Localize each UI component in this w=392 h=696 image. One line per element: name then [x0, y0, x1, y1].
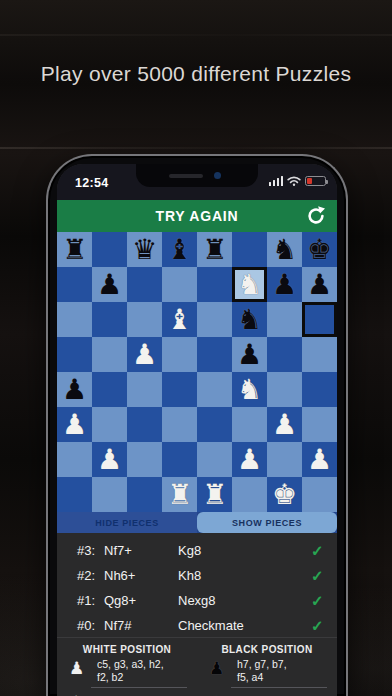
- speaker-slot: [169, 174, 203, 178]
- square-h1[interactable]: [302, 477, 337, 512]
- square-d7[interactable]: [162, 267, 197, 302]
- square-h3[interactable]: [302, 407, 337, 442]
- square-f2[interactable]: ♟: [232, 442, 267, 477]
- square-e1[interactable]: ♜: [197, 477, 232, 512]
- white-move: Nh6+: [104, 568, 178, 583]
- square-f7[interactable]: ♞: [232, 267, 267, 302]
- white-position-column: WHITE POSITION ♟ c5, g3, a3, h2,f2, b2 ♞: [57, 644, 197, 696]
- black-knight-g8: ♞: [272, 232, 297, 267]
- status-icons: [269, 176, 327, 186]
- white-rook-d1: ♜: [167, 477, 192, 512]
- white-pawn-row: ♟ c5, g3, a3, h2,f2, b2: [57, 658, 197, 688]
- square-h5[interactable]: [302, 337, 337, 372]
- square-c4[interactable]: [127, 372, 162, 407]
- white-pawn-a3: ♟: [62, 407, 87, 442]
- square-a7[interactable]: [57, 267, 92, 302]
- black-knight-f6: ♞: [237, 302, 262, 337]
- black-position-title: BLACK POSITION: [197, 644, 337, 655]
- move-row-2: #2:Nh6+Kh8✓: [57, 563, 337, 588]
- black-pawn-b7: ♟: [97, 267, 122, 302]
- square-e3[interactable]: [197, 407, 232, 442]
- square-a3[interactable]: ♟: [57, 407, 92, 442]
- square-a4[interactable]: ♟: [57, 372, 92, 407]
- phone-screen: 12:54 TRY AGAIN: [57, 164, 337, 696]
- square-e4[interactable]: [197, 372, 232, 407]
- square-g3[interactable]: ♟: [267, 407, 302, 442]
- black-position-column: BLACK POSITION ♟ h7, g7, b7,f5, a4 ♞: [197, 644, 337, 696]
- square-e6[interactable]: [197, 302, 232, 337]
- battery-icon: [305, 176, 326, 186]
- square-a5[interactable]: [57, 337, 92, 372]
- white-knight-icon: ♞: [69, 692, 91, 696]
- square-g8[interactable]: ♞: [267, 232, 302, 267]
- black-rook-e8: ♜: [202, 232, 227, 267]
- correct-check-icon: ✓: [311, 567, 337, 585]
- square-c6[interactable]: [127, 302, 162, 337]
- white-pawn-b2: ♟: [97, 442, 122, 477]
- square-d3[interactable]: [162, 407, 197, 442]
- black-pawn-f5: ♟: [237, 337, 262, 372]
- move-row-1: #1:Qg8+Nexg8✓: [57, 588, 337, 613]
- hide-pieces-button[interactable]: HIDE PIECES: [57, 512, 197, 533]
- square-c7[interactable]: [127, 267, 162, 302]
- square-f8[interactable]: [232, 232, 267, 267]
- page-background: { "headline": "Play over 5000 different …: [0, 0, 392, 696]
- white-pawn-f2: ♟: [237, 442, 262, 477]
- square-f5[interactable]: ♟: [232, 337, 267, 372]
- square-c1[interactable]: [127, 477, 162, 512]
- restart-icon[interactable]: [305, 205, 327, 227]
- square-f6[interactable]: ♞: [232, 302, 267, 337]
- square-d5[interactable]: [162, 337, 197, 372]
- signal-bars-icon: [269, 176, 284, 186]
- black-pawn-a4: ♟: [62, 372, 87, 407]
- square-e2[interactable]: [197, 442, 232, 477]
- square-f3[interactable]: [232, 407, 267, 442]
- move-list: #3:Nf7+Kg8✓#2:Nh6+Kh8✓#1:Qg8+Nexg8✓#0:Nf…: [57, 533, 337, 637]
- square-b5[interactable]: [92, 337, 127, 372]
- phone-frame: 12:54 TRY AGAIN: [46, 154, 348, 696]
- black-pawn-row: ♟ h7, g7, b7,f5, a4: [197, 658, 337, 688]
- black-knight-row: ♞: [197, 692, 337, 696]
- square-f1[interactable]: [232, 477, 267, 512]
- move-number: #1:: [57, 593, 95, 608]
- white-pawn-h2: ♟: [307, 442, 332, 477]
- black-pawn-h7: ♟: [307, 267, 332, 302]
- square-b1[interactable]: [92, 477, 127, 512]
- black-move: Kh8: [178, 568, 311, 583]
- square-c5[interactable]: ♟: [127, 337, 162, 372]
- square-c2[interactable]: [127, 442, 162, 477]
- white-pawn-squares: c5, g3, a3, h2,f2, b2: [91, 658, 187, 688]
- correct-check-icon: ✓: [311, 542, 337, 560]
- white-move: Nf7+: [104, 543, 178, 558]
- chess-board: ♜♛♝♜♞♚♟♞♟♟♝♞♟♟♟♞♟♟♟♟♟♜♜♚: [57, 232, 337, 512]
- move-number: #3:: [57, 543, 95, 558]
- square-e5[interactable]: [197, 337, 232, 372]
- square-h6[interactable]: [302, 302, 337, 337]
- square-b4[interactable]: [92, 372, 127, 407]
- headline: Play over 5000 different Puzzles: [0, 62, 392, 86]
- correct-check-icon: ✓: [311, 617, 337, 635]
- black-move: Kg8: [178, 543, 311, 558]
- square-d1[interactable]: ♜: [162, 477, 197, 512]
- move-number: #2:: [57, 568, 95, 583]
- square-d8[interactable]: ♝: [162, 232, 197, 267]
- camera-dot: [214, 172, 221, 179]
- white-king-g1: ♚: [272, 477, 297, 512]
- white-move: Nf7#: [104, 618, 178, 633]
- square-a2[interactable]: [57, 442, 92, 477]
- black-pawn-squares: h7, g7, b7,f5, a4: [231, 658, 327, 688]
- position-summary: WHITE POSITION ♟ c5, g3, a3, h2,f2, b2 ♞…: [57, 637, 337, 696]
- square-h2[interactable]: ♟: [302, 442, 337, 477]
- piece-visibility-buttons: HIDE PIECES SHOW PIECES: [57, 512, 337, 533]
- status-bar: 12:54: [57, 164, 337, 200]
- square-h7[interactable]: ♟: [302, 267, 337, 302]
- black-pawn-g7: ♟: [272, 267, 297, 302]
- square-g4[interactable]: [267, 372, 302, 407]
- wood-plank-seam: [0, 34, 392, 36]
- black-move: Checkmate: [178, 618, 311, 633]
- square-g6[interactable]: [267, 302, 302, 337]
- square-f4[interactable]: ♞: [232, 372, 267, 407]
- square-c8[interactable]: ♛: [127, 232, 162, 267]
- white-bishop-d6: ♝: [167, 302, 192, 337]
- square-d2[interactable]: [162, 442, 197, 477]
- white-knight-row: ♞: [57, 692, 197, 696]
- black-pawn-icon: ♟: [209, 658, 231, 688]
- wood-plank-seam: [0, 147, 392, 149]
- square-b8[interactable]: [92, 232, 127, 267]
- battery-level-low: [307, 178, 312, 184]
- white-pawn-g3: ♟: [272, 407, 297, 442]
- move-row-0: #0:Nf7#Checkmate✓: [57, 613, 337, 638]
- white-knight-f7: ♞: [237, 267, 262, 302]
- white-pawn-icon: ♟: [69, 658, 91, 688]
- square-b6[interactable]: [92, 302, 127, 337]
- square-e7[interactable]: [197, 267, 232, 302]
- square-g5[interactable]: [267, 337, 302, 372]
- show-pieces-button[interactable]: SHOW PIECES: [197, 512, 337, 533]
- black-king-h8: ♚: [307, 232, 332, 267]
- square-a1[interactable]: [57, 477, 92, 512]
- black-queen-c8: ♛: [132, 232, 157, 267]
- correct-check-icon: ✓: [311, 592, 337, 610]
- square-c3[interactable]: [127, 407, 162, 442]
- white-knight-f4: ♞: [237, 372, 262, 407]
- square-h8[interactable]: ♚: [302, 232, 337, 267]
- move-number: #0:: [57, 618, 95, 633]
- square-g2[interactable]: [267, 442, 302, 477]
- square-a6[interactable]: [57, 302, 92, 337]
- square-a8[interactable]: ♜: [57, 232, 92, 267]
- square-e8[interactable]: ♜: [197, 232, 232, 267]
- phone-notch: [136, 164, 258, 187]
- square-h4[interactable]: [302, 372, 337, 407]
- square-d4[interactable]: [162, 372, 197, 407]
- white-rook-e1: ♜: [202, 477, 227, 512]
- square-g7[interactable]: ♟: [267, 267, 302, 302]
- try-again-banner[interactable]: TRY AGAIN: [57, 200, 337, 232]
- square-b2[interactable]: ♟: [92, 442, 127, 477]
- square-d6[interactable]: ♝: [162, 302, 197, 337]
- white-move: Qg8+: [104, 593, 178, 608]
- black-rook-a8: ♜: [62, 232, 87, 267]
- white-pawn-c5: ♟: [132, 337, 157, 372]
- black-bishop-d8: ♝: [167, 232, 192, 267]
- banner-label: TRY AGAIN: [156, 208, 239, 224]
- black-knight-icon: ♞: [209, 692, 231, 696]
- move-row-3: #3:Nf7+Kg8✓: [57, 538, 337, 563]
- black-move: Nexg8: [178, 593, 311, 608]
- clock-time: 12:54: [75, 176, 108, 190]
- wifi-icon: [287, 176, 301, 186]
- square-b3[interactable]: [92, 407, 127, 442]
- square-b7[interactable]: ♟: [92, 267, 127, 302]
- white-position-title: WHITE POSITION: [57, 644, 197, 655]
- square-g1[interactable]: ♚: [267, 477, 302, 512]
